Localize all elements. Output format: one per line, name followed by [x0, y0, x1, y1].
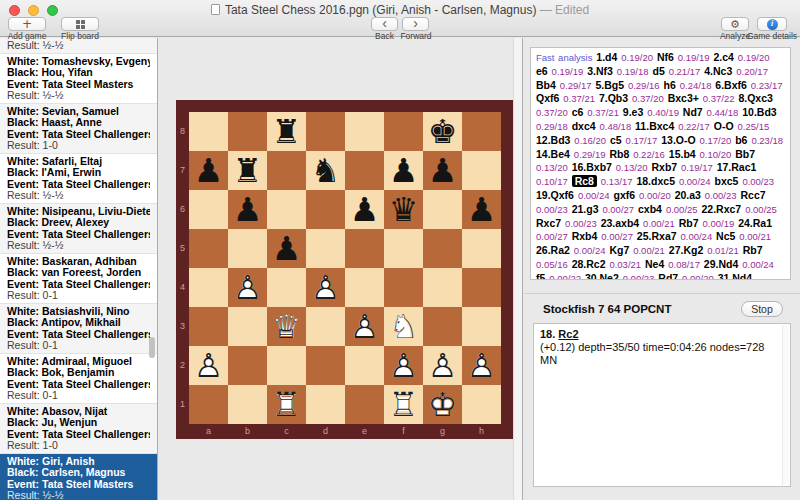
file-label: g — [423, 424, 462, 439]
back-label: Back — [371, 31, 398, 41]
chess-piece-white-pawn[interactable]: ♟♙ — [345, 307, 384, 346]
file-label: h — [462, 424, 501, 439]
move[interactable]: Bxc3+ — [668, 92, 699, 104]
board-square[interactable] — [384, 112, 423, 151]
game-list-item[interactable]: White: Abasov, NijatBlack: Ju, WenjunEve… — [0, 404, 157, 454]
game-field: White: Admiraal, Miguoel — [7, 356, 150, 368]
evaluation: 0.25/15 — [738, 121, 770, 132]
move[interactable]: 21.g3 — [572, 203, 599, 215]
evaluation: 0.13/20 — [616, 162, 648, 173]
evaluation: 0.37/22 — [703, 93, 735, 104]
move[interactable]: 27.Kg2 — [669, 244, 703, 256]
board-square[interactable] — [306, 190, 345, 229]
board-square[interactable] — [189, 385, 228, 424]
move[interactable]: Bb7 — [735, 148, 755, 160]
chevron-right-icon: › — [413, 16, 418, 30]
game-field: Result: 0-1 — [7, 290, 150, 302]
board-square[interactable] — [384, 268, 423, 307]
engine-name: Stockfish 7 64 POPCNT — [543, 303, 671, 315]
board-square[interactable] — [189, 229, 228, 268]
engine-move-line: 18. Rc2 — [540, 328, 784, 341]
board-square[interactable]: ♜ — [267, 112, 306, 151]
board-square[interactable] — [462, 268, 501, 307]
move[interactable]: Nf6 — [657, 51, 674, 63]
move[interactable]: gxf6 — [614, 189, 636, 201]
board-square[interactable] — [189, 112, 228, 151]
game-field: White: Sevian, Samuel — [7, 106, 150, 118]
evaluation: 0.22/16 — [633, 149, 665, 160]
board-square[interactable] — [462, 229, 501, 268]
file-label: b — [228, 424, 267, 439]
forward-label: Forward — [397, 31, 435, 41]
game-field: Result: ½-½ — [7, 90, 150, 102]
move[interactable]: b6 — [735, 134, 747, 146]
move[interactable]: Rxc7 — [536, 217, 561, 229]
board-square[interactable] — [423, 268, 462, 307]
board-square[interactable] — [384, 229, 423, 268]
board-square[interactable]: ♜♖ — [267, 385, 306, 424]
analysis-panel: Fast analysis 1.d4 0.19/20 Nf6 0.19/19 2… — [524, 38, 800, 500]
rank-label: 6 — [176, 190, 189, 229]
title-bar: Tata Steel Chess 2016.pgn (Giri, Anish -… — [0, 0, 800, 37]
game-details-button[interactable]: i — [757, 17, 787, 31]
move[interactable]: 9.e3 — [623, 106, 643, 118]
board-square[interactable] — [189, 190, 228, 229]
evaluation: 0.24/18 — [680, 80, 712, 91]
flip-board-icon — [76, 20, 85, 29]
move[interactable]: 31.Nd4 — [718, 272, 752, 280]
move[interactable]: 11.Bxc4 — [635, 120, 674, 132]
game-field: White: Nisipeanu, Liviu-Dieter — [7, 206, 150, 218]
evaluation: 0.19/20 — [621, 52, 653, 63]
board-square[interactable] — [462, 307, 501, 346]
game-list-panel: Result: ½-½White: Tomashevsky, EvgenyBla… — [0, 38, 158, 500]
board-square[interactable] — [228, 385, 267, 424]
game-field: Black: van Foreest, Jorden — [7, 267, 150, 279]
chess-piece-black-pawn[interactable]: ♟ — [345, 190, 384, 229]
move[interactable]: 28.Rc2 — [572, 258, 606, 270]
move[interactable]: 16.Bxb7 — [572, 161, 612, 173]
evaluation: 0.22/17 — [678, 121, 710, 132]
move[interactable]: 18.dxc5 — [636, 175, 675, 187]
board-square[interactable] — [267, 190, 306, 229]
board-square[interactable] — [306, 385, 345, 424]
forward-button[interactable]: › — [402, 17, 429, 31]
move[interactable]: Rcc7 — [740, 189, 765, 201]
chess-piece-white-queen[interactable]: ♛♕ — [267, 307, 306, 346]
board-square[interactable]: ♟♙ — [345, 307, 384, 346]
board-square[interactable]: ♛♕ — [267, 307, 306, 346]
game-field: Black: Hou, Yifan — [7, 67, 150, 79]
game-field: Result: ½-½ — [7, 240, 150, 252]
move[interactable]: 3.Nf3 — [587, 65, 613, 77]
game-field: Black: Dreev, Alexey — [7, 217, 150, 229]
engine-scrollbar-track[interactable] — [782, 325, 789, 485]
board-frame: ♜♚♟♜♞♟♟♟♟♛♟♟♟♙♟♙♛♕♟♙♞♘♟♙♟♙♟♙♟♙♜♖♜♖♚♔ 876… — [176, 100, 513, 439]
game-field: Result: ½-½ — [7, 190, 150, 202]
board-square[interactable] — [189, 268, 228, 307]
evaluation: 0.05/16 — [536, 259, 568, 270]
chess-piece-black-pawn[interactable]: ♟ — [228, 190, 267, 229]
game-field: White: Tomashevsky, Evgeny — [7, 56, 150, 68]
add-game-label: Add game — [0, 31, 54, 41]
chess-board: ♜♚♟♜♞♟♟♟♟♛♟♟♟♙♟♙♛♕♟♙♞♘♟♙♟♙♟♙♟♙♜♖♜♖♚♔ — [189, 112, 501, 424]
move[interactable]: Rb7 — [743, 244, 763, 256]
board-panel: ♜♚♟♜♞♟♟♟♟♛♟♟♟♙♟♙♛♕♟♙♞♘♟♙♟♙♟♙♟♙♜♖♜♖♚♔ 876… — [159, 38, 523, 500]
chess-piece-black-rook[interactable]: ♜ — [267, 112, 306, 151]
evaluation: 0.29/18 — [536, 121, 568, 132]
move[interactable]: 6.Bxf6 — [715, 79, 747, 91]
move[interactable]: c6 — [572, 106, 584, 118]
evaluation: 0.37/21 — [563, 93, 595, 104]
move[interactable]: Rxb4 — [572, 230, 598, 242]
chess-piece-black-knight[interactable]: ♞ — [306, 151, 345, 190]
document-icon — [211, 4, 220, 15]
board-square[interactable]: ♟♙ — [228, 268, 267, 307]
game-field: Result: 1-0 — [7, 440, 150, 452]
evaluation: 0.00/23 — [705, 190, 737, 201]
board-square[interactable] — [267, 268, 306, 307]
chess-piece-black-rook[interactable]: ♜ — [228, 151, 267, 190]
move[interactable]: bxc5 — [715, 175, 739, 187]
chess-piece-black-pawn[interactable]: ♟ — [462, 190, 501, 229]
stop-button[interactable]: Stop — [741, 301, 783, 317]
chess-piece-white-pawn[interactable]: ♟♙ — [189, 346, 228, 385]
rank-label: 3 — [176, 307, 189, 346]
flip-board-button[interactable] — [61, 17, 99, 31]
move[interactable]: f5 — [536, 272, 545, 280]
move[interactable]: Kg7 — [609, 244, 629, 256]
plus-icon: + — [22, 18, 32, 30]
board-square[interactable] — [228, 307, 267, 346]
game-list-item[interactable]: White: Baskaran, AdhibanBlack: van Foree… — [0, 254, 157, 304]
game-field: White: Baskaran, Adhiban — [7, 256, 150, 268]
game-field: Black: Carlsen, Magnus — [7, 467, 150, 479]
board-square[interactable]: ♟ — [345, 190, 384, 229]
file-label: d — [306, 424, 345, 439]
board-square[interactable] — [267, 151, 306, 190]
board-panel-scrollbar-track[interactable] — [513, 38, 522, 500]
flip-board-label: Flip board — [52, 31, 108, 41]
board-square[interactable] — [228, 112, 267, 151]
move[interactable]: 29.Nd4 — [704, 258, 738, 270]
game-field: Result: 0-1 — [7, 340, 150, 352]
panel-divider — [524, 293, 800, 294]
evaluation: 0.00/24 — [574, 245, 606, 256]
move[interactable]: dxc4 — [572, 120, 596, 132]
board-square[interactable]: ♟♙ — [306, 268, 345, 307]
board-square[interactable] — [189, 307, 228, 346]
move[interactable]: 22.Rxc7 — [702, 203, 742, 215]
board-square[interactable]: ♟♙ — [462, 346, 501, 385]
game-field: Black: l'Ami, Erwin — [7, 167, 150, 179]
file-label: f — [384, 424, 423, 439]
board-square[interactable] — [306, 307, 345, 346]
evaluation: 0.40/19 — [647, 107, 679, 118]
evaluation: 0.00/23 — [565, 218, 597, 229]
board-square[interactable] — [345, 385, 384, 424]
evaluation: 0.21/17 — [669, 66, 701, 77]
game-list-item[interactable]: White: Sevian, SamuelBlack: Haast, AnneE… — [0, 104, 157, 154]
evaluation: 0.20/17 — [736, 66, 768, 77]
add-game-button[interactable]: + — [8, 17, 46, 31]
game-list: Result: ½-½White: Tomashevsky, EvgenyBla… — [0, 38, 157, 500]
evaluation: 0.00/22 — [549, 273, 581, 280]
move[interactable]: 5.Bg5 — [595, 79, 624, 91]
board-square[interactable] — [345, 229, 384, 268]
board-square[interactable]: ♜♖ — [384, 385, 423, 424]
chess-piece-white-knight[interactable]: ♞♘ — [384, 307, 423, 346]
game-field: Result: ½-½ — [7, 490, 150, 500]
chess-piece-black-queen[interactable]: ♛ — [384, 190, 423, 229]
evaluation: 0.00/21 — [633, 245, 665, 256]
evaluation: 0.10/17 — [536, 176, 568, 187]
move[interactable]: 30.Ne2 — [585, 272, 619, 280]
chess-piece-white-pawn[interactable]: ♟♙ — [462, 346, 501, 385]
evaluation: 0.19/19 — [552, 66, 584, 77]
evaluation: 0.10/20 — [700, 149, 732, 160]
evaluation: 0.44/18 — [707, 107, 739, 118]
move-list: Fast analysis 1.d4 0.19/20 Nf6 0.19/19 2… — [530, 47, 791, 280]
move[interactable]: Nc5 — [716, 230, 735, 242]
board-square[interactable] — [228, 229, 267, 268]
game-field: White: Batsiashvili, Nino — [7, 306, 150, 318]
board-square[interactable]: ♚♔ — [423, 385, 462, 424]
chess-piece-black-pawn[interactable]: ♟ — [384, 151, 423, 190]
game-field: Black: Bok, Benjamin — [7, 367, 150, 379]
file-label: e — [345, 424, 384, 439]
evaluation: 0.37/20 — [632, 93, 664, 104]
move[interactable]: c5 — [610, 134, 622, 146]
move[interactable]: 7.Qb3 — [599, 92, 628, 104]
board-square[interactable] — [306, 346, 345, 385]
window-edited-label: — Edited — [540, 3, 589, 17]
board-square[interactable] — [306, 112, 345, 151]
board-square[interactable]: ♚ — [423, 112, 462, 151]
rank-label: 5 — [176, 229, 189, 268]
game-field: White: Abasov, Nijat — [7, 406, 150, 418]
engine-stats: (+0.12) depth=35/50 time=0:04:26 nodes=7… — [540, 341, 784, 367]
evaluation: 0.19/20 — [738, 52, 770, 63]
move[interactable]: h6 — [664, 79, 676, 91]
move[interactable]: 8.Qxc3 — [738, 92, 772, 104]
evaluation: 0.00/25 — [666, 204, 698, 215]
evaluation: 0.48/18 — [599, 121, 631, 132]
move[interactable]: d5 — [652, 65, 664, 77]
board-square[interactable]: ♜ — [228, 151, 267, 190]
rank-label: 8 — [176, 112, 189, 151]
rank-label: 1 — [176, 385, 189, 424]
evaluation: 0.00/24 — [742, 259, 774, 270]
engine-output: 18. Rc2 (+0.12) depth=35/50 time=0:04:26… — [533, 323, 791, 487]
move[interactable]: cxb4 — [638, 203, 662, 215]
game-field: Black: Antipov, Mikhail — [7, 317, 150, 329]
move[interactable]: 24.Ra1 — [738, 217, 772, 229]
chess-piece-black-pawn[interactable]: ♟ — [267, 229, 306, 268]
board-square[interactable] — [345, 268, 384, 307]
chess-piece-white-pawn[interactable]: ♟♙ — [384, 346, 423, 385]
move[interactable]: e6 — [536, 65, 548, 77]
chess-piece-black-king[interactable]: ♚ — [423, 112, 462, 151]
game-list-item[interactable]: White: Admiraal, MiguoelBlack: Bok, Benj… — [0, 354, 157, 404]
move[interactable]: Rb8 — [609, 148, 629, 160]
evaluation: 0.13/17 — [601, 176, 633, 187]
board-square[interactable]: ♟ — [189, 151, 228, 190]
move[interactable]: Bb4 — [536, 79, 556, 91]
game-list-item[interactable]: White: Tomashevsky, EvgenyBlack: Hou, Yi… — [0, 54, 157, 104]
analyze-button[interactable]: ⚙ — [721, 17, 749, 31]
board-square[interactable]: ♞ — [306, 151, 345, 190]
chevron-left-icon: ‹ — [382, 16, 387, 30]
board-square[interactable]: ♟ — [462, 190, 501, 229]
board-square[interactable] — [345, 112, 384, 151]
evaluation: 0.37/21 — [587, 107, 619, 118]
move[interactable]: 26.Ra2 — [536, 244, 570, 256]
evaluation: 0.17/17 — [626, 135, 658, 146]
move[interactable]: 17.Rac1 — [717, 161, 757, 173]
evaluation: 0.01/21 — [707, 245, 739, 256]
evaluation: 0.03/21 — [609, 259, 641, 270]
game-field: Black: Ju, Wenjun — [7, 417, 150, 429]
board-square[interactable]: ♟ — [384, 151, 423, 190]
move[interactable]: 1.d4 — [596, 51, 617, 63]
sidebar-scrollbar-thumb[interactable] — [149, 337, 155, 358]
move[interactable]: 13.O-O — [661, 134, 695, 146]
evaluation: 0.37/20 — [536, 107, 568, 118]
board-square[interactable] — [423, 229, 462, 268]
chess-piece-white-pawn[interactable]: ♟♙ — [228, 268, 267, 307]
move[interactable]: 10.Bd3 — [742, 106, 776, 118]
game-field: Black: Haast, Anne — [7, 117, 150, 129]
game-field: Result: ½-½ — [7, 40, 150, 52]
board-square[interactable] — [228, 346, 267, 385]
evaluation: 0.00/21 — [739, 231, 771, 242]
evaluation: 0.13/20 — [536, 162, 568, 173]
board-square[interactable] — [462, 112, 501, 151]
evaluation: 0.23/18 — [751, 135, 783, 146]
gear-icon: ⚙ — [730, 19, 740, 30]
evaluation: 0.00/25 — [745, 204, 777, 215]
rank-label: 2 — [176, 346, 189, 385]
evaluation: 0.19/19 — [678, 52, 710, 63]
evaluation: 0.00/23 — [742, 176, 774, 187]
move[interactable]: 4.Nc3 — [704, 65, 732, 77]
game-details-label: Game details — [745, 31, 799, 41]
game-field: White: Giri, Anish — [7, 456, 150, 468]
evaluation: 0.00/27 — [536, 231, 568, 242]
evaluation: 0.29/19 — [574, 149, 606, 160]
rank-label: 4 — [176, 268, 189, 307]
chess-piece-black-pawn[interactable]: ♟ — [189, 151, 228, 190]
board-square[interactable] — [306, 229, 345, 268]
move[interactable]: 15.b4 — [669, 148, 696, 160]
engine-move-number: 18. — [540, 328, 558, 340]
game-list-item[interactable]: White: Batsiashvili, NinoBlack: Antipov,… — [0, 304, 157, 354]
move[interactable]: Ne4 — [645, 258, 664, 270]
move[interactable]: 19.Qxf6 — [536, 189, 574, 201]
board-square[interactable]: ♟♙ — [189, 346, 228, 385]
move[interactable]: Qxf6 — [536, 92, 559, 104]
chess-piece-white-king[interactable]: ♚♔ — [423, 385, 462, 424]
back-button[interactable]: ‹ — [371, 17, 398, 31]
chess-piece-black-pawn[interactable]: ♟ — [423, 151, 462, 190]
evaluation: 0.17/20 — [700, 135, 732, 146]
board-square[interactable] — [345, 346, 384, 385]
board-square[interactable] — [423, 190, 462, 229]
move[interactable]: Rd7 — [658, 272, 678, 280]
board-square[interactable] — [345, 151, 384, 190]
window-title: Tata Steel Chess 2016.pgn (Giri, Anish -… — [0, 3, 800, 17]
evaluation: 0.00/27 — [602, 204, 634, 215]
rank-label: 7 — [176, 151, 189, 190]
board-square[interactable]: ♟ — [423, 151, 462, 190]
move[interactable]: Rb7 — [679, 217, 699, 229]
move[interactable]: 14.Be4 — [536, 148, 570, 160]
evaluation: 0.00/24 — [578, 190, 610, 201]
move[interactable]: 25.Rxa7 — [637, 230, 677, 242]
game-field: Result: 0-1 — [7, 390, 150, 402]
board-square[interactable] — [462, 385, 501, 424]
board-square[interactable]: ♛ — [384, 190, 423, 229]
game-field: White: Safarli, Eltaj — [7, 156, 150, 168]
move[interactable]: Rxb7 — [651, 161, 677, 173]
chess-piece-white-rook[interactable]: ♜♖ — [384, 385, 423, 424]
evaluation: 0.00/19 — [703, 218, 735, 229]
game-list-item[interactable]: White: Giri, AnishBlack: Carlsen, Magnus… — [0, 454, 157, 500]
file-label: a — [189, 424, 228, 439]
evaluation: 0.29/16 — [628, 80, 660, 91]
board-square[interactable]: ♟♙ — [423, 346, 462, 385]
board-square[interactable]: ♞♘ — [384, 307, 423, 346]
evaluation: 0.00/24 — [680, 231, 712, 242]
game-list-item[interactable]: White: Nisipeanu, Liviu-DieterBlack: Dre… — [0, 204, 157, 254]
evaluation: 0.00/21 — [643, 218, 675, 229]
move[interactable]: O-O — [714, 120, 734, 132]
chess-piece-white-pawn[interactable]: ♟♙ — [306, 268, 345, 307]
current-move[interactable]: Rc8 — [572, 175, 597, 187]
info-icon: i — [767, 19, 778, 30]
move[interactable]: 23.axb4 — [601, 217, 640, 229]
move[interactable]: 2.c4 — [713, 51, 733, 63]
file-label: c — [267, 424, 306, 439]
chess-piece-white-pawn[interactable]: ♟♙ — [423, 346, 462, 385]
evaluation: 0.00/23 — [623, 273, 655, 280]
chess-piece-white-rook[interactable]: ♜♖ — [267, 385, 306, 424]
board-square[interactable] — [423, 307, 462, 346]
evaluation: 0.16/20 — [574, 135, 606, 146]
move[interactable]: 20.a3 — [675, 189, 701, 201]
engine-move: Rc2 — [558, 328, 578, 340]
evaluation: 0.19/18 — [617, 66, 649, 77]
evaluation: 0.08/17 — [668, 259, 700, 270]
evaluation: 0.00/20 — [639, 190, 671, 201]
board-square[interactable]: ♟♙ — [384, 346, 423, 385]
game-field: Result: 1-0 — [7, 140, 150, 152]
board-square[interactable]: ♟ — [267, 229, 306, 268]
evaluation: 0.29/17 — [560, 80, 592, 91]
move[interactable]: 12.Bd3 — [536, 134, 570, 146]
board-square[interactable] — [267, 346, 306, 385]
analysis-source-label: Fast analysis — [536, 52, 592, 63]
evaluation: 0.19/17 — [681, 162, 713, 173]
board-square[interactable] — [462, 151, 501, 190]
move[interactable]: Nd7 — [683, 106, 703, 118]
evaluation: 0.00/27 — [601, 231, 633, 242]
board-square[interactable]: ♟ — [228, 190, 267, 229]
evaluation: 0.00/20 — [682, 273, 714, 280]
game-list-item[interactable]: White: Safarli, EltajBlack: l'Ami, Erwin… — [0, 154, 157, 204]
evaluation: 0.00/23 — [536, 204, 568, 215]
